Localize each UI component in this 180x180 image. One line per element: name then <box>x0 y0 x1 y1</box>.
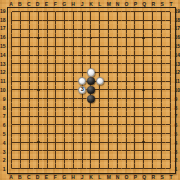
intersection[interactable] <box>122 138 131 147</box>
intersection[interactable] <box>148 146 157 155</box>
intersection[interactable] <box>139 86 148 95</box>
intersection[interactable] <box>8 68 17 77</box>
intersection[interactable] <box>157 94 166 103</box>
intersection[interactable] <box>51 8 60 17</box>
intersection[interactable] <box>16 112 25 121</box>
intersection[interactable] <box>34 146 43 155</box>
intersection[interactable] <box>43 34 52 43</box>
intersection[interactable] <box>122 155 131 164</box>
intersection[interactable] <box>8 86 17 95</box>
intersection[interactable] <box>43 77 52 86</box>
intersection[interactable] <box>148 155 157 164</box>
intersection[interactable] <box>157 112 166 121</box>
intersection[interactable] <box>51 68 60 77</box>
intersection[interactable] <box>43 155 52 164</box>
intersection[interactable] <box>25 60 34 69</box>
intersection[interactable] <box>157 25 166 34</box>
intersection[interactable] <box>104 86 113 95</box>
intersection[interactable] <box>69 86 78 95</box>
intersection[interactable] <box>34 112 43 121</box>
intersection[interactable] <box>157 77 166 86</box>
intersection[interactable] <box>95 16 104 25</box>
black-stone[interactable] <box>87 86 95 94</box>
intersection[interactable] <box>60 138 69 147</box>
intersection[interactable] <box>78 103 87 112</box>
intersection[interactable] <box>16 129 25 138</box>
intersection[interactable] <box>16 8 25 17</box>
intersection[interactable] <box>16 51 25 60</box>
intersection[interactable] <box>78 8 87 17</box>
intersection[interactable] <box>8 129 17 138</box>
intersection[interactable] <box>8 94 17 103</box>
intersection[interactable] <box>25 164 34 173</box>
intersection[interactable] <box>34 51 43 60</box>
intersection[interactable] <box>131 129 140 138</box>
intersection[interactable] <box>78 146 87 155</box>
intersection[interactable] <box>34 8 43 17</box>
intersection[interactable] <box>122 68 131 77</box>
intersection[interactable] <box>16 16 25 25</box>
intersection[interactable] <box>95 8 104 17</box>
intersection[interactable] <box>95 94 104 103</box>
intersection[interactable] <box>166 77 175 86</box>
intersection[interactable] <box>8 164 17 173</box>
intersection[interactable] <box>43 16 52 25</box>
intersection[interactable] <box>104 34 113 43</box>
intersection[interactable] <box>87 138 96 147</box>
intersection[interactable] <box>113 51 122 60</box>
intersection[interactable] <box>87 16 96 25</box>
intersection[interactable] <box>43 103 52 112</box>
intersection[interactable] <box>43 51 52 60</box>
intersection[interactable] <box>8 138 17 147</box>
intersection[interactable] <box>148 51 157 60</box>
intersection[interactable] <box>60 164 69 173</box>
intersection[interactable] <box>131 94 140 103</box>
intersection[interactable] <box>122 25 131 34</box>
intersection[interactable] <box>87 94 96 103</box>
intersection[interactable] <box>8 103 17 112</box>
intersection[interactable] <box>166 60 175 69</box>
intersection[interactable] <box>25 86 34 95</box>
intersection[interactable] <box>78 112 87 121</box>
intersection[interactable] <box>166 120 175 129</box>
intersection[interactable] <box>104 51 113 60</box>
intersection[interactable] <box>78 120 87 129</box>
intersection[interactable] <box>8 112 17 121</box>
intersection[interactable] <box>157 86 166 95</box>
intersection[interactable] <box>60 86 69 95</box>
intersection[interactable] <box>51 112 60 121</box>
intersection[interactable] <box>104 42 113 51</box>
intersection[interactable] <box>25 16 34 25</box>
intersection[interactable] <box>69 103 78 112</box>
intersection[interactable] <box>51 77 60 86</box>
intersection[interactable] <box>8 34 17 43</box>
intersection[interactable] <box>34 120 43 129</box>
intersection[interactable] <box>131 120 140 129</box>
intersection[interactable] <box>78 16 87 25</box>
intersection[interactable] <box>34 34 43 43</box>
intersection[interactable] <box>43 146 52 155</box>
intersection[interactable] <box>148 25 157 34</box>
intersection[interactable] <box>131 34 140 43</box>
intersection[interactable] <box>25 120 34 129</box>
intersection[interactable] <box>166 8 175 17</box>
intersection[interactable] <box>25 34 34 43</box>
intersection[interactable] <box>25 42 34 51</box>
intersection[interactable] <box>113 60 122 69</box>
intersection[interactable] <box>122 51 131 60</box>
intersection[interactable] <box>95 25 104 34</box>
intersection[interactable] <box>131 77 140 86</box>
intersection[interactable] <box>51 164 60 173</box>
intersection[interactable] <box>87 103 96 112</box>
intersection[interactable] <box>113 146 122 155</box>
intersection[interactable] <box>60 146 69 155</box>
intersection[interactable] <box>148 16 157 25</box>
intersection[interactable] <box>122 103 131 112</box>
intersection[interactable] <box>166 34 175 43</box>
intersection[interactable] <box>95 34 104 43</box>
intersection[interactable] <box>113 16 122 25</box>
intersection[interactable] <box>139 138 148 147</box>
intersection[interactable] <box>131 42 140 51</box>
intersection[interactable] <box>157 16 166 25</box>
intersection[interactable] <box>34 86 43 95</box>
intersection[interactable] <box>51 34 60 43</box>
intersection[interactable] <box>69 77 78 86</box>
intersection[interactable] <box>51 155 60 164</box>
intersection[interactable] <box>78 42 87 51</box>
intersection[interactable] <box>131 138 140 147</box>
intersection[interactable] <box>95 138 104 147</box>
intersection[interactable] <box>8 25 17 34</box>
intersection[interactable] <box>113 164 122 173</box>
intersection[interactable] <box>148 112 157 121</box>
intersection[interactable] <box>166 112 175 121</box>
intersection[interactable] <box>113 138 122 147</box>
intersection[interactable] <box>113 94 122 103</box>
intersection[interactable] <box>131 60 140 69</box>
intersection[interactable] <box>104 138 113 147</box>
intersection[interactable] <box>95 77 104 86</box>
intersection[interactable] <box>87 25 96 34</box>
intersection[interactable] <box>51 129 60 138</box>
intersection[interactable] <box>78 94 87 103</box>
intersection[interactable] <box>87 68 96 77</box>
intersection[interactable] <box>113 25 122 34</box>
intersection[interactable] <box>104 155 113 164</box>
intersection[interactable] <box>139 51 148 60</box>
intersection[interactable] <box>34 129 43 138</box>
intersection[interactable] <box>87 112 96 121</box>
intersection[interactable] <box>166 16 175 25</box>
intersection[interactable] <box>87 8 96 17</box>
intersection[interactable] <box>16 25 25 34</box>
intersection[interactable] <box>131 86 140 95</box>
intersection[interactable] <box>16 42 25 51</box>
intersection[interactable] <box>131 112 140 121</box>
intersection[interactable] <box>69 68 78 77</box>
intersection[interactable] <box>51 25 60 34</box>
intersection[interactable] <box>60 155 69 164</box>
intersection[interactable] <box>8 77 17 86</box>
white-stone[interactable] <box>78 77 86 85</box>
intersection[interactable] <box>25 146 34 155</box>
intersection[interactable] <box>131 16 140 25</box>
intersection[interactable] <box>51 103 60 112</box>
intersection[interactable] <box>69 155 78 164</box>
intersection[interactable] <box>148 77 157 86</box>
intersection[interactable] <box>69 146 78 155</box>
intersection[interactable] <box>25 94 34 103</box>
intersection[interactable] <box>113 103 122 112</box>
intersection[interactable] <box>113 86 122 95</box>
intersection[interactable] <box>122 146 131 155</box>
intersection[interactable] <box>78 60 87 69</box>
intersection[interactable] <box>157 103 166 112</box>
intersection[interactable] <box>51 138 60 147</box>
intersection[interactable] <box>139 34 148 43</box>
intersection[interactable] <box>166 155 175 164</box>
intersection[interactable] <box>113 42 122 51</box>
intersection[interactable] <box>60 94 69 103</box>
intersection[interactable]: 3 <box>78 86 87 95</box>
intersection[interactable] <box>69 51 78 60</box>
intersection[interactable] <box>157 155 166 164</box>
intersection[interactable] <box>157 42 166 51</box>
intersection[interactable] <box>34 138 43 147</box>
intersection[interactable] <box>87 34 96 43</box>
intersection[interactable] <box>104 146 113 155</box>
intersection[interactable] <box>34 68 43 77</box>
intersection[interactable] <box>25 155 34 164</box>
intersection[interactable] <box>78 51 87 60</box>
black-stone[interactable] <box>87 77 95 85</box>
intersection[interactable] <box>16 155 25 164</box>
intersection[interactable] <box>69 138 78 147</box>
intersection[interactable] <box>139 16 148 25</box>
intersection[interactable] <box>87 86 96 95</box>
intersection[interactable] <box>131 68 140 77</box>
intersection[interactable] <box>69 60 78 69</box>
intersection[interactable] <box>157 138 166 147</box>
intersection[interactable] <box>43 94 52 103</box>
intersection[interactable] <box>139 68 148 77</box>
intersection[interactable] <box>157 146 166 155</box>
intersection[interactable] <box>60 25 69 34</box>
intersection[interactable] <box>8 60 17 69</box>
intersection[interactable] <box>131 8 140 17</box>
intersection[interactable] <box>25 25 34 34</box>
intersection[interactable] <box>122 8 131 17</box>
intersection[interactable] <box>95 155 104 164</box>
intersection[interactable] <box>148 60 157 69</box>
intersection[interactable] <box>122 120 131 129</box>
intersection[interactable] <box>122 34 131 43</box>
intersection[interactable] <box>51 16 60 25</box>
intersection[interactable] <box>51 60 60 69</box>
intersection[interactable] <box>95 103 104 112</box>
intersection[interactable] <box>34 16 43 25</box>
intersection[interactable] <box>69 94 78 103</box>
intersection[interactable] <box>60 112 69 121</box>
intersection[interactable] <box>60 42 69 51</box>
intersection[interactable] <box>43 112 52 121</box>
intersection[interactable] <box>166 138 175 147</box>
intersection[interactable] <box>60 68 69 77</box>
intersection[interactable] <box>60 60 69 69</box>
intersection[interactable] <box>148 68 157 77</box>
intersection[interactable] <box>51 146 60 155</box>
intersection[interactable] <box>25 77 34 86</box>
intersection[interactable] <box>139 164 148 173</box>
intersection[interactable] <box>34 25 43 34</box>
intersection[interactable] <box>122 94 131 103</box>
intersection[interactable] <box>157 68 166 77</box>
intersection[interactable] <box>166 51 175 60</box>
intersection[interactable] <box>60 34 69 43</box>
intersection[interactable] <box>87 60 96 69</box>
intersection[interactable] <box>51 51 60 60</box>
intersection[interactable] <box>69 112 78 121</box>
intersection[interactable] <box>131 164 140 173</box>
intersection[interactable] <box>148 129 157 138</box>
intersection[interactable] <box>78 77 87 86</box>
intersection[interactable] <box>104 60 113 69</box>
black-stone[interactable] <box>87 95 95 103</box>
intersection[interactable] <box>34 94 43 103</box>
intersection[interactable] <box>113 68 122 77</box>
intersection[interactable] <box>122 42 131 51</box>
intersection[interactable] <box>131 103 140 112</box>
intersection[interactable] <box>43 60 52 69</box>
intersection[interactable] <box>69 25 78 34</box>
intersection[interactable] <box>113 34 122 43</box>
intersection[interactable] <box>78 129 87 138</box>
intersection[interactable] <box>104 25 113 34</box>
intersection[interactable] <box>104 112 113 121</box>
intersection[interactable] <box>113 129 122 138</box>
intersection[interactable] <box>87 155 96 164</box>
intersection[interactable] <box>25 8 34 17</box>
intersection[interactable] <box>8 51 17 60</box>
intersection[interactable] <box>104 129 113 138</box>
intersection[interactable] <box>148 34 157 43</box>
intersection[interactable] <box>43 129 52 138</box>
intersection[interactable] <box>122 164 131 173</box>
intersection[interactable] <box>34 155 43 164</box>
intersection[interactable] <box>43 8 52 17</box>
intersection[interactable] <box>16 164 25 173</box>
intersection[interactable] <box>139 8 148 17</box>
intersection[interactable] <box>25 138 34 147</box>
intersection[interactable] <box>157 164 166 173</box>
intersection[interactable] <box>16 94 25 103</box>
intersection[interactable] <box>87 129 96 138</box>
intersection[interactable] <box>157 60 166 69</box>
intersection[interactable] <box>60 8 69 17</box>
intersection[interactable] <box>16 138 25 147</box>
intersection[interactable] <box>139 155 148 164</box>
intersection[interactable] <box>8 155 17 164</box>
intersection[interactable] <box>8 8 17 17</box>
intersection[interactable] <box>43 25 52 34</box>
intersection[interactable] <box>34 77 43 86</box>
intersection[interactable] <box>8 16 17 25</box>
intersection[interactable] <box>139 112 148 121</box>
intersection[interactable] <box>166 129 175 138</box>
intersection[interactable] <box>16 60 25 69</box>
intersection[interactable] <box>148 164 157 173</box>
intersection[interactable] <box>157 51 166 60</box>
intersection[interactable] <box>87 164 96 173</box>
intersection[interactable] <box>131 146 140 155</box>
intersection[interactable] <box>148 138 157 147</box>
intersection[interactable] <box>104 103 113 112</box>
intersection[interactable] <box>131 155 140 164</box>
intersection[interactable] <box>95 42 104 51</box>
intersection[interactable] <box>25 51 34 60</box>
intersection[interactable] <box>122 60 131 69</box>
intersection[interactable] <box>122 86 131 95</box>
intersection[interactable] <box>157 129 166 138</box>
intersection[interactable] <box>104 94 113 103</box>
intersection[interactable] <box>16 68 25 77</box>
intersection[interactable] <box>166 68 175 77</box>
intersection[interactable] <box>139 103 148 112</box>
intersection[interactable] <box>16 86 25 95</box>
intersection[interactable] <box>78 155 87 164</box>
intersection[interactable] <box>104 8 113 17</box>
intersection[interactable] <box>95 120 104 129</box>
intersection[interactable] <box>139 42 148 51</box>
intersection[interactable] <box>113 112 122 121</box>
intersection[interactable] <box>95 60 104 69</box>
intersection[interactable] <box>25 68 34 77</box>
intersection[interactable] <box>25 112 34 121</box>
intersection[interactable] <box>166 146 175 155</box>
white-stone[interactable] <box>87 68 95 76</box>
intersection[interactable] <box>131 25 140 34</box>
intersection[interactable] <box>16 34 25 43</box>
intersection[interactable] <box>139 120 148 129</box>
intersection[interactable] <box>95 51 104 60</box>
intersection[interactable] <box>43 164 52 173</box>
intersection[interactable] <box>95 112 104 121</box>
intersection[interactable] <box>43 68 52 77</box>
intersection[interactable] <box>122 112 131 121</box>
intersection[interactable] <box>34 60 43 69</box>
intersection[interactable] <box>87 146 96 155</box>
intersection[interactable] <box>104 16 113 25</box>
intersection[interactable] <box>69 164 78 173</box>
intersection[interactable] <box>148 103 157 112</box>
intersection[interactable] <box>139 60 148 69</box>
intersection[interactable] <box>69 34 78 43</box>
intersection[interactable] <box>166 94 175 103</box>
intersection[interactable] <box>16 77 25 86</box>
intersection[interactable] <box>148 42 157 51</box>
intersection[interactable] <box>69 129 78 138</box>
intersection[interactable] <box>113 77 122 86</box>
intersection[interactable] <box>87 51 96 60</box>
intersection[interactable] <box>8 42 17 51</box>
intersection[interactable] <box>60 16 69 25</box>
intersection[interactable] <box>104 164 113 173</box>
intersection[interactable] <box>60 120 69 129</box>
